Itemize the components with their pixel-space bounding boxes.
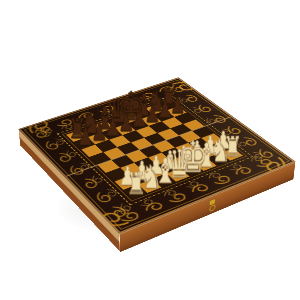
brass-latch	[208, 198, 217, 213]
chess-set-photo: ♜♞♝♛♚♝♞♜♟♟♟♟♟♟♟♟♟♟♟♟♟♟♟♟♜♞♝♛♚♝♞♜	[0, 0, 300, 300]
